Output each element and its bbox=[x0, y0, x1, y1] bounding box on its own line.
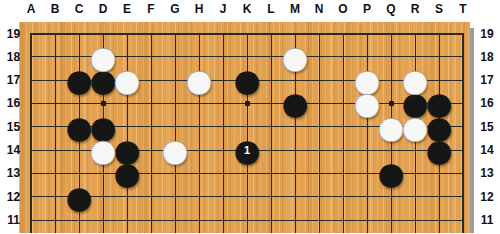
black-stone[interactable]: ●1 bbox=[235, 138, 259, 162]
row-label-right: 12 bbox=[474, 189, 500, 205]
stone-glyph: ● bbox=[113, 68, 140, 92]
white-stone[interactable]: ● bbox=[187, 68, 211, 92]
column-label: P bbox=[355, 1, 379, 17]
row-label-left: 18 bbox=[0, 49, 27, 65]
row-label-left: 19 bbox=[0, 26, 27, 42]
stone-glyph: ● bbox=[281, 45, 308, 69]
white-stone[interactable]: ● bbox=[91, 45, 115, 69]
white-stone[interactable]: ● bbox=[91, 138, 115, 162]
star-point bbox=[245, 101, 250, 106]
black-stone[interactable]: ● bbox=[283, 91, 307, 115]
row-label-right: 19 bbox=[474, 26, 500, 42]
black-stone[interactable]: ● bbox=[427, 138, 451, 162]
column-label: E bbox=[115, 1, 139, 17]
go-diagram: ABCDEFGHJKLMNOPQRST191918181717161615151… bbox=[0, 0, 500, 233]
column-label: A bbox=[19, 1, 43, 17]
stone-glyph: ● bbox=[185, 68, 212, 92]
move-number-label: 1 bbox=[235, 138, 259, 162]
row-label-right: 17 bbox=[474, 72, 500, 88]
stone-glyph: ● bbox=[401, 68, 428, 92]
column-label: L bbox=[259, 1, 283, 17]
column-label: O bbox=[331, 1, 355, 17]
grid-vline bbox=[30, 33, 32, 234]
column-label: N bbox=[307, 1, 331, 17]
row-label-right: 18 bbox=[474, 49, 500, 65]
column-label: C bbox=[67, 1, 91, 17]
column-label: R bbox=[403, 1, 427, 17]
column-label: M bbox=[283, 1, 307, 17]
column-label: Q bbox=[379, 1, 403, 17]
grid-vline bbox=[319, 33, 320, 234]
white-stone[interactable]: ● bbox=[355, 91, 379, 115]
star-point bbox=[101, 101, 106, 106]
stone-glyph: ● bbox=[89, 138, 116, 162]
column-label: F bbox=[139, 1, 163, 17]
column-label: T bbox=[451, 1, 475, 17]
black-stone[interactable]: ● bbox=[67, 185, 91, 209]
row-label-right: 16 bbox=[474, 95, 500, 111]
stone-glyph: ● bbox=[377, 161, 404, 185]
column-label: B bbox=[43, 1, 67, 17]
row-label-right: 15 bbox=[474, 119, 500, 135]
white-stone[interactable]: ● bbox=[403, 115, 427, 139]
white-stone[interactable]: ● bbox=[403, 68, 427, 92]
row-label-left: 12 bbox=[0, 189, 27, 205]
row-label-left: 11 bbox=[0, 212, 27, 228]
stone-glyph: ● bbox=[401, 115, 428, 139]
row-label-right: 11 bbox=[474, 212, 500, 228]
white-stone[interactable]: ● bbox=[115, 68, 139, 92]
black-stone[interactable]: ● bbox=[67, 115, 91, 139]
row-label-left: 14 bbox=[0, 142, 27, 158]
white-stone[interactable]: ● bbox=[283, 45, 307, 69]
stone-glyph: ● bbox=[425, 138, 452, 162]
grid-vline bbox=[223, 33, 224, 234]
star-point bbox=[389, 101, 394, 106]
board-shadow bbox=[470, 28, 474, 233]
column-label: D bbox=[91, 1, 115, 17]
stone-glyph: ● bbox=[233, 68, 260, 92]
stone-glyph: ● bbox=[113, 161, 140, 185]
column-label: G bbox=[163, 1, 187, 17]
grid-vline bbox=[151, 33, 152, 234]
column-label: S bbox=[427, 1, 451, 17]
grid-vline bbox=[55, 33, 56, 234]
column-label: J bbox=[211, 1, 235, 17]
white-stone[interactable]: ● bbox=[163, 138, 187, 162]
row-label-left: 17 bbox=[0, 72, 27, 88]
stone-glyph: ● bbox=[281, 91, 308, 115]
grid-vline bbox=[271, 33, 272, 234]
row-label-left: 16 bbox=[0, 95, 27, 111]
stone-glyph: ● bbox=[161, 138, 188, 162]
stone-glyph: ● bbox=[65, 185, 92, 209]
row-label-left: 15 bbox=[0, 119, 27, 135]
white-stone[interactable]: ● bbox=[379, 115, 403, 139]
black-stone[interactable]: ● bbox=[67, 68, 91, 92]
column-label: K bbox=[235, 1, 259, 17]
black-stone[interactable]: ● bbox=[235, 68, 259, 92]
column-label: H bbox=[187, 1, 211, 17]
row-label-right: 14 bbox=[474, 142, 500, 158]
grid-vline bbox=[462, 33, 464, 234]
black-stone[interactable]: ● bbox=[379, 161, 403, 185]
row-label-right: 13 bbox=[474, 165, 500, 181]
row-label-left: 13 bbox=[0, 165, 27, 181]
grid-vline bbox=[343, 33, 344, 234]
black-stone[interactable]: ● bbox=[115, 161, 139, 185]
